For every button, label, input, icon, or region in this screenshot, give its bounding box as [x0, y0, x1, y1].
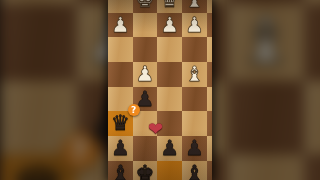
square-b2[interactable]: ♟ [207, 13, 212, 38]
square-f4 [0, 4, 76, 80]
white-bishop-c1: ♝ [185, 0, 204, 13]
black-knight-b8: ♞ [210, 161, 212, 180]
heart-reaction-icon: ❤ [148, 118, 163, 139]
square-c1[interactable]: ♝ [182, 0, 207, 13]
white-bishop-c4: ♝ [185, 62, 204, 87]
square-f6: ♛? [0, 156, 76, 180]
black-pawn-b7: ♟ [210, 136, 212, 161]
board-strip: ♚♛♝♞♟♟♟♟♟♝♟♛?♟♟♟♟♝♚♝♞❤ [108, 0, 212, 180]
black-bishop-c8: ♝ [185, 161, 204, 180]
square-b7[interactable]: ♟ [207, 136, 212, 161]
square-b8[interactable]: ♞ [207, 161, 212, 180]
square-c8[interactable]: ♝ [182, 161, 207, 180]
square-f8[interactable]: ♝ [108, 161, 133, 180]
square-c7[interactable]: ♟ [182, 136, 207, 161]
black-queen-f6: ♛ [111, 111, 130, 136]
square-c6[interactable] [182, 111, 207, 136]
square-c3[interactable] [182, 37, 207, 62]
white-king-e1: ♚ [136, 0, 155, 13]
square-b4 [304, 4, 320, 80]
square-d1[interactable]: ♛ [157, 0, 182, 13]
square-e1[interactable]: ♚ [133, 0, 158, 13]
video-frame: ♚♛♝♞♟♟♟♟♟♝♟♛?♟♟♟♟♝♚♝♞❤ ♚♛♝♞♟♟♟♟♟♝♟♛?♟♟♟♟… [0, 0, 320, 180]
square-c6 [228, 156, 304, 180]
square-b6[interactable] [207, 111, 212, 136]
square-e2[interactable] [133, 13, 158, 38]
square-d5[interactable] [157, 87, 182, 112]
square-d2[interactable]: ♟ [157, 13, 182, 38]
square-c2[interactable]: ♟ [182, 13, 207, 38]
black-pawn-c7: ♟ [185, 136, 204, 161]
square-c5 [228, 80, 304, 156]
white-pawn-e4: ♟ [136, 62, 155, 87]
black-pawn-f7: ♟ [111, 136, 130, 161]
square-b5 [304, 80, 320, 156]
square-b3[interactable] [207, 37, 212, 62]
black-queen-f6: ♛ [9, 156, 67, 180]
white-pawn-f2: ♟ [111, 13, 130, 38]
white-knight-b1: ♞ [210, 0, 212, 13]
square-c4[interactable]: ♝ [182, 62, 207, 87]
square-d4[interactable] [157, 62, 182, 87]
square-d8[interactable] [157, 161, 182, 180]
square-c4: ♝ [228, 4, 304, 80]
square-e8[interactable]: ♚ [133, 161, 158, 180]
white-pawn-d2: ♟ [160, 13, 179, 38]
square-f4[interactable] [108, 62, 133, 87]
square-d7[interactable]: ♟ [157, 136, 182, 161]
square-b6 [304, 156, 320, 180]
white-queen-d1: ♛ [160, 0, 179, 13]
square-e7[interactable] [133, 136, 158, 161]
square-c5[interactable] [182, 87, 207, 112]
square-f3[interactable] [108, 37, 133, 62]
square-f6[interactable]: ♛? [108, 111, 133, 136]
white-pawn-c2: ♟ [185, 13, 204, 38]
square-f7[interactable]: ♟ [108, 136, 133, 161]
square-b4[interactable] [207, 62, 212, 87]
square-b5[interactable] [207, 87, 212, 112]
square-f2[interactable]: ♟ [108, 13, 133, 38]
chess-board: ♚♛♝♞♟♟♟♟♟♝♟♛?♟♟♟♟♝♚♝♞❤ [108, 0, 212, 180]
black-bishop-f8: ♝ [111, 161, 130, 180]
square-b1[interactable]: ♞ [207, 0, 212, 13]
square-d3[interactable] [157, 37, 182, 62]
square-f1[interactable] [108, 0, 133, 13]
white-pawn-b2: ♟ [210, 13, 212, 38]
white-bishop-c4: ♝ [237, 4, 295, 80]
square-e3[interactable] [133, 37, 158, 62]
square-e4[interactable]: ♟ [133, 62, 158, 87]
black-king-e8: ♚ [136, 161, 155, 180]
black-pawn-d7: ♟ [160, 136, 179, 161]
